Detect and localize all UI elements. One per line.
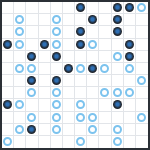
white-pearl bbox=[52, 125, 61, 134]
cell-r1c11[interactable] bbox=[136, 14, 148, 26]
cell-r10c7[interactable] bbox=[87, 124, 99, 136]
white-pearl bbox=[137, 3, 146, 12]
cell-r4c3[interactable] bbox=[39, 51, 51, 63]
black-pearl bbox=[27, 52, 36, 61]
cell-r5c0[interactable] bbox=[2, 63, 14, 75]
cell-r11c8[interactable] bbox=[99, 136, 111, 148]
cell-r3c3[interactable] bbox=[39, 39, 51, 51]
white-pearl bbox=[15, 27, 24, 36]
cell-r8c2[interactable] bbox=[26, 99, 38, 111]
black-pearl bbox=[125, 52, 134, 61]
black-pearl bbox=[40, 40, 49, 49]
cell-r7c2[interactable] bbox=[26, 87, 38, 99]
cell-r0c3[interactable] bbox=[39, 2, 51, 14]
cell-r4c11[interactable] bbox=[136, 51, 148, 63]
cell-r5c9[interactable] bbox=[112, 63, 124, 75]
cell-r7c1[interactable] bbox=[14, 87, 26, 99]
cell-r5c6[interactable] bbox=[75, 63, 87, 75]
cell-r5c8[interactable] bbox=[99, 63, 111, 75]
white-pearl bbox=[15, 64, 24, 73]
cell-r0c0[interactable] bbox=[2, 2, 14, 14]
white-pearl bbox=[15, 125, 24, 134]
white-pearl bbox=[100, 64, 109, 73]
white-pearl bbox=[52, 15, 61, 24]
white-pearl bbox=[27, 64, 36, 73]
cell-r0c10[interactable] bbox=[124, 2, 136, 14]
cell-r3c0[interactable] bbox=[2, 39, 14, 51]
cell-r4c0[interactable] bbox=[2, 51, 14, 63]
white-pearl bbox=[52, 40, 61, 49]
cell-r6c7[interactable] bbox=[87, 75, 99, 87]
cell-r8c5[interactable] bbox=[63, 99, 75, 111]
black-pearl bbox=[76, 3, 85, 12]
cell-r11c1[interactable] bbox=[14, 136, 26, 148]
cell-r11c9[interactable] bbox=[112, 136, 124, 148]
cell-r3c10[interactable] bbox=[124, 39, 136, 51]
cell-r1c7[interactable] bbox=[87, 14, 99, 26]
cell-r8c11[interactable] bbox=[136, 99, 148, 111]
cell-r1c6[interactable] bbox=[75, 14, 87, 26]
cell-r11c3[interactable] bbox=[39, 136, 51, 148]
cell-r1c0[interactable] bbox=[2, 14, 14, 26]
cell-r5c3[interactable] bbox=[39, 63, 51, 75]
masyu-board bbox=[0, 0, 150, 150]
cell-r4c4[interactable] bbox=[51, 51, 63, 63]
cell-r8c9[interactable] bbox=[112, 99, 124, 111]
black-pearl bbox=[52, 76, 61, 85]
cell-r0c8[interactable] bbox=[99, 2, 111, 14]
cell-r9c2[interactable] bbox=[26, 112, 38, 124]
cell-r11c6[interactable] bbox=[75, 136, 87, 148]
black-pearl bbox=[3, 100, 12, 109]
cell-r7c4[interactable] bbox=[51, 87, 63, 99]
white-pearl bbox=[113, 52, 122, 61]
cell-r9c5[interactable] bbox=[63, 112, 75, 124]
cell-r6c6[interactable] bbox=[75, 75, 87, 87]
cell-r3c9[interactable] bbox=[112, 39, 124, 51]
white-pearl bbox=[52, 100, 61, 109]
cell-r6c9[interactable] bbox=[112, 75, 124, 87]
cell-r0c2[interactable] bbox=[26, 2, 38, 14]
cell-r7c11[interactable] bbox=[136, 87, 148, 99]
cell-r1c2[interactable] bbox=[26, 14, 38, 26]
cell-r10c1[interactable] bbox=[14, 124, 26, 136]
cell-r7c6[interactable] bbox=[75, 87, 87, 99]
cell-r7c9[interactable] bbox=[112, 87, 124, 99]
cell-r11c10[interactable] bbox=[124, 136, 136, 148]
cell-r10c11[interactable] bbox=[136, 124, 148, 136]
white-pearl bbox=[15, 100, 24, 109]
cell-r9c9[interactable] bbox=[112, 112, 124, 124]
cell-r3c5[interactable] bbox=[63, 39, 75, 51]
cell-r2c8[interactable] bbox=[99, 26, 111, 38]
black-pearl bbox=[88, 15, 97, 24]
white-pearl bbox=[52, 113, 61, 122]
white-pearl bbox=[88, 40, 97, 49]
cell-r2c11[interactable] bbox=[136, 26, 148, 38]
cell-r4c7[interactable] bbox=[87, 51, 99, 63]
cell-r6c10[interactable] bbox=[124, 75, 136, 87]
cell-r10c10[interactable] bbox=[124, 124, 136, 136]
cell-r8c10[interactable] bbox=[124, 99, 136, 111]
cell-r2c9[interactable] bbox=[112, 26, 124, 38]
cell-r1c9[interactable] bbox=[112, 14, 124, 26]
cell-r8c3[interactable] bbox=[39, 99, 51, 111]
cell-r9c3[interactable] bbox=[39, 112, 51, 124]
cell-r3c11[interactable] bbox=[136, 39, 148, 51]
cell-r6c4[interactable] bbox=[51, 75, 63, 87]
cell-r1c1[interactable] bbox=[14, 14, 26, 26]
cell-r9c7[interactable] bbox=[87, 112, 99, 124]
cell-r5c11[interactable] bbox=[136, 63, 148, 75]
white-pearl bbox=[113, 125, 122, 134]
cell-r9c0[interactable] bbox=[2, 112, 14, 124]
black-pearl bbox=[27, 125, 36, 134]
cell-r4c2[interactable] bbox=[26, 51, 38, 63]
cell-r10c3[interactable] bbox=[39, 124, 51, 136]
cell-r0c4[interactable] bbox=[51, 2, 63, 14]
cell-r9c10[interactable] bbox=[124, 112, 136, 124]
black-pearl bbox=[64, 64, 73, 73]
white-pearl bbox=[52, 27, 61, 36]
cell-r3c6[interactable] bbox=[75, 39, 87, 51]
cell-r9c8[interactable] bbox=[99, 112, 111, 124]
cell-r8c6[interactable] bbox=[75, 99, 87, 111]
white-pearl bbox=[15, 15, 24, 24]
cell-r3c2[interactable] bbox=[26, 39, 38, 51]
white-pearl bbox=[88, 125, 97, 134]
cell-r6c3[interactable] bbox=[39, 75, 51, 87]
white-pearl bbox=[137, 76, 146, 85]
cell-r8c0[interactable] bbox=[2, 99, 14, 111]
cell-r9c4[interactable] bbox=[51, 112, 63, 124]
cell-r11c2[interactable] bbox=[26, 136, 38, 148]
cell-r5c5[interactable] bbox=[63, 63, 75, 75]
white-pearl bbox=[100, 88, 109, 97]
cell-r2c4[interactable] bbox=[51, 26, 63, 38]
cell-r7c3[interactable] bbox=[39, 87, 51, 99]
white-pearl bbox=[76, 137, 85, 146]
cell-r10c6[interactable] bbox=[75, 124, 87, 136]
cell-r7c0[interactable] bbox=[2, 87, 14, 99]
cell-r0c5[interactable] bbox=[63, 2, 75, 14]
cell-r10c4[interactable] bbox=[51, 124, 63, 136]
cell-r7c5[interactable] bbox=[63, 87, 75, 99]
cell-r7c10[interactable] bbox=[124, 87, 136, 99]
white-pearl bbox=[76, 64, 85, 73]
black-pearl bbox=[76, 27, 85, 36]
cell-r8c4[interactable] bbox=[51, 99, 63, 111]
cell-r6c2[interactable] bbox=[26, 75, 38, 87]
black-pearl bbox=[76, 40, 85, 49]
cell-r3c8[interactable] bbox=[99, 39, 111, 51]
cell-r7c8[interactable] bbox=[99, 87, 111, 99]
cell-r0c6[interactable] bbox=[75, 2, 87, 14]
cell-r2c2[interactable] bbox=[26, 26, 38, 38]
cell-r5c10[interactable] bbox=[124, 63, 136, 75]
cell-r11c5[interactable] bbox=[63, 136, 75, 148]
cell-r4c6[interactable] bbox=[75, 51, 87, 63]
black-pearl bbox=[3, 40, 12, 49]
cell-r0c11[interactable] bbox=[136, 2, 148, 14]
cell-r11c0[interactable] bbox=[2, 136, 14, 148]
white-pearl bbox=[125, 64, 134, 73]
cell-r1c10[interactable] bbox=[124, 14, 136, 26]
cell-r11c7[interactable] bbox=[87, 136, 99, 148]
cell-r2c3[interactable] bbox=[39, 26, 51, 38]
cell-r1c4[interactable] bbox=[51, 14, 63, 26]
cell-r1c5[interactable] bbox=[63, 14, 75, 26]
cell-r6c8[interactable] bbox=[99, 75, 111, 87]
cell-r8c8[interactable] bbox=[99, 99, 111, 111]
cell-r9c1[interactable] bbox=[14, 112, 26, 124]
black-pearl bbox=[88, 64, 97, 73]
white-pearl bbox=[76, 113, 85, 122]
cell-r4c1[interactable] bbox=[14, 51, 26, 63]
cell-r4c5[interactable] bbox=[63, 51, 75, 63]
white-pearl bbox=[52, 88, 61, 97]
black-pearl bbox=[27, 76, 36, 85]
cell-r5c7[interactable] bbox=[87, 63, 99, 75]
cell-r6c11[interactable] bbox=[136, 75, 148, 87]
cell-r3c4[interactable] bbox=[51, 39, 63, 51]
black-pearl bbox=[125, 3, 134, 12]
cell-r4c9[interactable] bbox=[112, 51, 124, 63]
black-pearl bbox=[113, 3, 122, 12]
cell-r0c1[interactable] bbox=[14, 2, 26, 14]
white-pearl bbox=[3, 137, 12, 146]
cell-r9c6[interactable] bbox=[75, 112, 87, 124]
cell-r0c7[interactable] bbox=[87, 2, 99, 14]
cell-r2c6[interactable] bbox=[75, 26, 87, 38]
cell-r1c8[interactable] bbox=[99, 14, 111, 26]
black-pearl bbox=[113, 100, 122, 109]
white-pearl bbox=[137, 113, 146, 122]
cell-r2c5[interactable] bbox=[63, 26, 75, 38]
cell-r10c2[interactable] bbox=[26, 124, 38, 136]
white-pearl bbox=[125, 88, 134, 97]
cell-r10c5[interactable] bbox=[63, 124, 75, 136]
cell-r2c0[interactable] bbox=[2, 26, 14, 38]
black-pearl bbox=[125, 40, 134, 49]
white-pearl bbox=[113, 137, 122, 146]
white-pearl bbox=[88, 113, 97, 122]
cell-r4c10[interactable] bbox=[124, 51, 136, 63]
white-pearl bbox=[27, 113, 36, 122]
cell-r2c1[interactable] bbox=[14, 26, 26, 38]
cell-r6c1[interactable] bbox=[14, 75, 26, 87]
cell-r10c0[interactable] bbox=[2, 124, 14, 136]
cell-r5c1[interactable] bbox=[14, 63, 26, 75]
cell-r8c7[interactable] bbox=[87, 99, 99, 111]
cell-r8c1[interactable] bbox=[14, 99, 26, 111]
cell-r5c2[interactable] bbox=[26, 63, 38, 75]
cell-r1c3[interactable] bbox=[39, 14, 51, 26]
cell-r3c1[interactable] bbox=[14, 39, 26, 51]
black-pearl bbox=[113, 15, 122, 24]
cell-r9c11[interactable] bbox=[136, 112, 148, 124]
black-pearl bbox=[113, 27, 122, 36]
cell-r11c4[interactable] bbox=[51, 136, 63, 148]
white-pearl bbox=[27, 88, 36, 97]
cell-r3c7[interactable] bbox=[87, 39, 99, 51]
white-pearl bbox=[113, 88, 122, 97]
cell-r5c4[interactable] bbox=[51, 63, 63, 75]
cell-r4c8[interactable] bbox=[99, 51, 111, 63]
white-pearl bbox=[76, 100, 85, 109]
black-pearl bbox=[52, 52, 61, 61]
cell-r7c7[interactable] bbox=[87, 87, 99, 99]
cell-r2c10[interactable] bbox=[124, 26, 136, 38]
cell-r11c11[interactable] bbox=[136, 136, 148, 148]
cell-r6c0[interactable] bbox=[2, 75, 14, 87]
cell-r2c7[interactable] bbox=[87, 26, 99, 38]
cell-r6c5[interactable] bbox=[63, 75, 75, 87]
cell-r0c9[interactable] bbox=[112, 2, 124, 14]
white-pearl bbox=[15, 40, 24, 49]
cell-r10c9[interactable] bbox=[112, 124, 124, 136]
cell-r10c8[interactable] bbox=[99, 124, 111, 136]
